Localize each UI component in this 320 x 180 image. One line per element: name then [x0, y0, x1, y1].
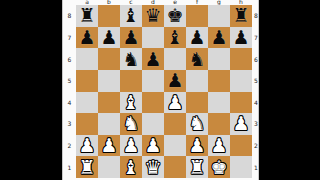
square-c5 [120, 70, 142, 92]
square-e2 [164, 135, 186, 157]
black-rook: ♜ [78, 6, 95, 25]
rank-label-right-8: 8 [252, 5, 259, 27]
square-g7: ♟ [208, 27, 230, 49]
rank-label-left-6: 6 [63, 48, 76, 70]
square-a8: ♜ [76, 5, 98, 27]
square-c7: ♟ [120, 27, 142, 49]
square-g2: ♟ [208, 135, 230, 157]
white-pawn: ♟ [210, 136, 227, 155]
black-king: ♚ [166, 6, 183, 25]
square-e1 [164, 156, 186, 178]
black-pawn: ♟ [122, 28, 139, 47]
square-b7: ♟ [98, 27, 120, 49]
rank-label-right-5: 5 [252, 70, 259, 92]
black-knight: ♞ [122, 50, 139, 69]
square-e8: ♚ [164, 5, 186, 27]
square-b4 [98, 92, 120, 114]
square-d2: ♟ [142, 135, 164, 157]
rank-label-right-1: 1 [252, 156, 259, 178]
square-b8 [98, 5, 120, 27]
white-pawn: ♟ [144, 136, 161, 155]
square-g4 [208, 92, 230, 114]
square-c1: ♝ [120, 156, 142, 178]
rank-label-left-2: 2 [63, 135, 76, 157]
square-a1: ♜ [76, 156, 98, 178]
square-b5 [98, 70, 120, 92]
rank-label-right-7: 7 [252, 27, 259, 49]
black-rook: ♜ [232, 6, 249, 25]
square-d3 [142, 113, 164, 135]
square-g6 [208, 48, 230, 70]
white-queen: ♛ [144, 158, 161, 177]
rank-label-left-5: 5 [63, 70, 76, 92]
square-f8 [186, 5, 208, 27]
square-e5: ♟ [164, 70, 186, 92]
square-c6: ♞ [120, 48, 142, 70]
black-pawn: ♟ [100, 28, 117, 47]
square-h3: ♟ [230, 113, 252, 135]
white-rook: ♜ [78, 158, 95, 177]
white-pawn: ♟ [100, 136, 117, 155]
square-g3 [208, 113, 230, 135]
square-f3: ♞ [186, 113, 208, 135]
square-h4 [230, 92, 252, 114]
rank-label-left-3: 3 [63, 113, 76, 135]
white-king: ♚ [210, 158, 227, 177]
square-b1 [98, 156, 120, 178]
square-d4 [142, 92, 164, 114]
square-a6 [76, 48, 98, 70]
square-f7: ♟ [186, 27, 208, 49]
white-pawn: ♟ [122, 136, 139, 155]
square-c4: ♝ [120, 92, 142, 114]
rank-label-left-7: 7 [63, 27, 76, 49]
white-pawn: ♟ [78, 136, 95, 155]
square-d5 [142, 70, 164, 92]
square-e7: ♝ [164, 27, 186, 49]
square-g5 [208, 70, 230, 92]
board: ♜♝♛♚♜♟♟♟♝♟♟♟♞♟♞♟♝♟♞♞♟♟♟♟♟♟♟♜♝♛♜♚ [76, 5, 252, 178]
video-frame: abcdefgh 87654321 87654321 ♜♝♛♚♜♟♟♟♝♟♟♟♞… [0, 0, 320, 180]
square-h2 [230, 135, 252, 157]
square-e6 [164, 48, 186, 70]
black-queen: ♛ [144, 6, 161, 25]
rank-label-right-6: 6 [252, 48, 259, 70]
square-d6: ♟ [142, 48, 164, 70]
white-bishop: ♝ [122, 93, 139, 112]
square-b6 [98, 48, 120, 70]
white-pawn: ♟ [188, 136, 205, 155]
square-a4 [76, 92, 98, 114]
square-h7: ♟ [230, 27, 252, 49]
square-h8: ♜ [230, 5, 252, 27]
rank-label-left-4: 4 [63, 92, 76, 114]
black-pawn: ♟ [78, 28, 95, 47]
square-d7 [142, 27, 164, 49]
square-e3 [164, 113, 186, 135]
rank-label-right-3: 3 [252, 113, 259, 135]
square-a2: ♟ [76, 135, 98, 157]
square-d8: ♛ [142, 5, 164, 27]
square-g1: ♚ [208, 156, 230, 178]
square-h5 [230, 70, 252, 92]
black-bishop: ♝ [166, 28, 183, 47]
board-panel: abcdefgh 87654321 87654321 ♜♝♛♚♜♟♟♟♝♟♟♟♞… [62, 0, 259, 180]
black-bishop: ♝ [122, 6, 139, 25]
square-c2: ♟ [120, 135, 142, 157]
white-pawn: ♟ [232, 114, 249, 133]
letterbox-right-bar [259, 0, 320, 180]
square-b3 [98, 113, 120, 135]
square-b2: ♟ [98, 135, 120, 157]
white-bishop: ♝ [122, 158, 139, 177]
square-a5 [76, 70, 98, 92]
square-d1: ♛ [142, 156, 164, 178]
rank-label-right-2: 2 [252, 135, 259, 157]
square-c3: ♞ [120, 113, 142, 135]
white-knight: ♞ [188, 114, 205, 133]
square-f6: ♞ [186, 48, 208, 70]
black-pawn: ♟ [210, 28, 227, 47]
black-pawn: ♟ [144, 50, 161, 69]
square-h6 [230, 48, 252, 70]
square-f4 [186, 92, 208, 114]
square-c8: ♝ [120, 5, 142, 27]
square-f2: ♟ [186, 135, 208, 157]
white-pawn: ♟ [166, 93, 183, 112]
black-pawn: ♟ [232, 28, 249, 47]
square-h1 [230, 156, 252, 178]
letterbox-left-bar [0, 0, 62, 180]
rank-labels-right: 87654321 [252, 5, 259, 178]
white-rook: ♜ [188, 158, 205, 177]
square-f5 [186, 70, 208, 92]
square-e4: ♟ [164, 92, 186, 114]
rank-labels-left: 87654321 [63, 5, 76, 178]
square-f1: ♜ [186, 156, 208, 178]
square-g8 [208, 5, 230, 27]
rank-label-left-1: 1 [63, 156, 76, 178]
black-pawn: ♟ [166, 71, 183, 90]
rank-label-left-8: 8 [63, 5, 76, 27]
black-knight: ♞ [188, 50, 205, 69]
white-knight: ♞ [122, 114, 139, 133]
rank-label-right-4: 4 [252, 92, 259, 114]
black-pawn: ♟ [188, 28, 205, 47]
square-a3 [76, 113, 98, 135]
square-a7: ♟ [76, 27, 98, 49]
